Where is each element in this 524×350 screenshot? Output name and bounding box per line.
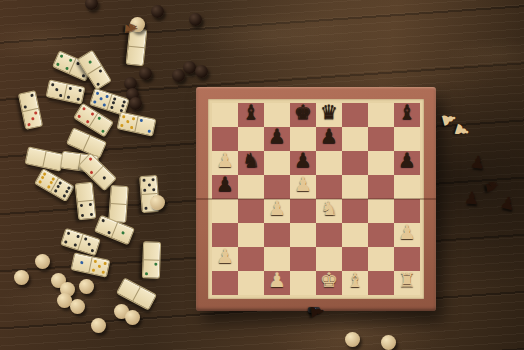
domino-half xyxy=(76,183,94,203)
domino-half xyxy=(143,260,160,278)
square-d3[interactable] xyxy=(290,223,316,247)
square-e6[interactable] xyxy=(316,151,342,175)
domino-half xyxy=(135,116,155,135)
white-pawn-off-board[interactable]: ♟ xyxy=(451,121,472,141)
domino-half xyxy=(143,242,160,261)
square-a4[interactable] xyxy=(212,199,238,223)
white-rook-h1[interactable]: ♜ xyxy=(398,270,416,290)
domino-half xyxy=(89,257,109,276)
white-pawn-c1[interactable]: ♟ xyxy=(268,270,286,290)
square-g8[interactable] xyxy=(368,103,394,127)
white-king-e1[interactable]: ♚ xyxy=(320,270,338,290)
cream-checker-disc[interactable] xyxy=(345,332,360,347)
square-g4[interactable] xyxy=(368,199,394,223)
black-pawn-d6[interactable]: ♟ xyxy=(294,150,312,170)
square-g2[interactable] xyxy=(368,247,394,271)
dark-checker-disc[interactable] xyxy=(195,65,208,78)
domino-half xyxy=(64,84,84,103)
cream-checker-disc[interactable] xyxy=(150,195,165,210)
square-e4[interactable]: ♞ xyxy=(316,199,342,223)
domino-half xyxy=(23,109,42,129)
square-d8[interactable]: ♚ xyxy=(290,103,316,127)
square-b3[interactable] xyxy=(238,223,264,247)
black-king-d8[interactable]: ♚ xyxy=(294,102,312,122)
square-e1[interactable]: ♚ xyxy=(316,271,342,295)
cream-checker-disc[interactable] xyxy=(381,335,396,350)
square-a5[interactable]: ♟ xyxy=(212,175,238,199)
domino-0-4[interactable] xyxy=(75,182,97,221)
domino-half xyxy=(110,186,127,205)
black-knight-b6[interactable]: ♞ xyxy=(242,150,260,170)
black-bishop-b8[interactable]: ♝ xyxy=(242,102,260,122)
black-bishop-h8[interactable]: ♝ xyxy=(398,102,416,122)
square-e3[interactable] xyxy=(316,223,342,247)
black-pawn-e7[interactable]: ♟ xyxy=(320,126,338,146)
cream-checker-disc[interactable] xyxy=(79,279,94,294)
square-f4[interactable] xyxy=(342,199,368,223)
domino-2-3[interactable] xyxy=(18,90,43,130)
square-a1[interactable] xyxy=(212,271,238,295)
square-a2[interactable]: ♟ xyxy=(212,247,238,271)
domino-5-2[interactable] xyxy=(117,111,157,136)
domino-half xyxy=(78,201,96,220)
dark-checker-disc[interactable] xyxy=(139,67,152,80)
domino-0-0[interactable] xyxy=(25,146,65,171)
square-c4[interactable]: ♟ xyxy=(264,199,290,223)
square-g5[interactable] xyxy=(368,175,394,199)
tabletop-scene: ♝♚♛♝♟♟♟♞♟♟♟♟♟♞♟♟♟♚♝♜ ♞♟♟♟♞♟♟♟ xyxy=(0,0,524,350)
black-pawn-off-board[interactable]: ♟ xyxy=(469,153,486,172)
square-c3[interactable] xyxy=(264,223,290,247)
square-h8[interactable]: ♝ xyxy=(394,103,420,127)
cream-checker-disc[interactable] xyxy=(91,318,106,333)
black-pawn-h6[interactable]: ♟ xyxy=(398,150,416,170)
square-c7[interactable]: ♟ xyxy=(264,127,290,151)
dark-checker-disc[interactable] xyxy=(85,0,98,10)
square-e7[interactable]: ♟ xyxy=(316,127,342,151)
black-pawn-off-board[interactable]: ♟ xyxy=(498,194,516,214)
board-fold-seam xyxy=(196,198,436,200)
domino-1-5[interactable] xyxy=(71,252,111,277)
square-f5[interactable] xyxy=(342,175,368,199)
domino-0-2[interactable] xyxy=(142,241,161,279)
square-f1[interactable]: ♝ xyxy=(342,271,368,295)
cream-checker-disc[interactable] xyxy=(14,270,29,285)
square-h1[interactable]: ♜ xyxy=(394,271,420,295)
white-knight-e4[interactable]: ♞ xyxy=(320,198,338,218)
square-d1[interactable] xyxy=(290,271,316,295)
black-pawn-a5[interactable]: ♟ xyxy=(216,174,234,194)
square-d2[interactable] xyxy=(290,247,316,271)
dark-checker-disc[interactable] xyxy=(129,97,142,110)
cream-checker-disc[interactable] xyxy=(125,310,140,325)
cream-checker-disc[interactable] xyxy=(35,254,50,269)
chessboard: ♝♚♛♝♟♟♟♞♟♟♟♟♟♞♟♟♟♚♝♜ xyxy=(196,87,436,311)
domino-0-0[interactable] xyxy=(108,185,129,223)
square-b1[interactable] xyxy=(238,271,264,295)
square-c1[interactable]: ♟ xyxy=(264,271,290,295)
white-bishop-f1[interactable]: ♝ xyxy=(346,270,364,290)
square-f7[interactable] xyxy=(342,127,368,151)
domino-6-6[interactable] xyxy=(34,168,75,202)
square-b6[interactable]: ♞ xyxy=(238,151,264,175)
square-f8[interactable] xyxy=(342,103,368,127)
black-pawn-off-board[interactable]: ♟ xyxy=(307,303,325,320)
white-pawn-a2[interactable]: ♟ xyxy=(216,246,234,266)
square-b8[interactable]: ♝ xyxy=(238,103,264,127)
square-g1[interactable] xyxy=(368,271,394,295)
square-h3[interactable]: ♟ xyxy=(394,223,420,247)
domino-half xyxy=(127,47,145,66)
square-c6[interactable] xyxy=(264,151,290,175)
white-pawn-a6[interactable]: ♟ xyxy=(216,150,234,170)
white-pawn-h3[interactable]: ♟ xyxy=(398,222,416,242)
square-a8[interactable] xyxy=(212,103,238,127)
black-pawn-c7[interactable]: ♟ xyxy=(268,126,286,146)
black-pawn-off-board[interactable]: ♟ xyxy=(463,189,480,207)
square-g3[interactable] xyxy=(368,223,394,247)
dark-checker-disc[interactable] xyxy=(189,13,202,26)
square-h5[interactable] xyxy=(394,175,420,199)
cream-checker-disc[interactable] xyxy=(70,299,85,314)
square-d5[interactable]: ♟ xyxy=(290,175,316,199)
black-knight-off-board[interactable]: ♞ xyxy=(482,178,501,196)
white-pawn-c4[interactable]: ♟ xyxy=(268,198,286,218)
dark-checker-disc[interactable] xyxy=(172,69,185,82)
brown-knight-off-board[interactable]: ♞ xyxy=(121,20,139,37)
square-g7[interactable] xyxy=(368,127,394,151)
domino-half xyxy=(79,235,100,255)
square-f6[interactable] xyxy=(342,151,368,175)
domino-half xyxy=(140,176,157,195)
square-f3[interactable] xyxy=(342,223,368,247)
square-b2[interactable] xyxy=(238,247,264,271)
white-pawn-d5[interactable]: ♟ xyxy=(294,174,312,194)
domino-half xyxy=(61,152,81,170)
square-b5[interactable] xyxy=(238,175,264,199)
square-d4[interactable] xyxy=(290,199,316,223)
black-queen-e8[interactable]: ♛ xyxy=(320,102,338,122)
square-h6[interactable]: ♟ xyxy=(394,151,420,175)
square-g6[interactable] xyxy=(368,151,394,175)
domino-3-4[interactable] xyxy=(46,79,86,104)
dark-checker-disc[interactable] xyxy=(151,5,164,18)
square-b4[interactable] xyxy=(238,199,264,223)
